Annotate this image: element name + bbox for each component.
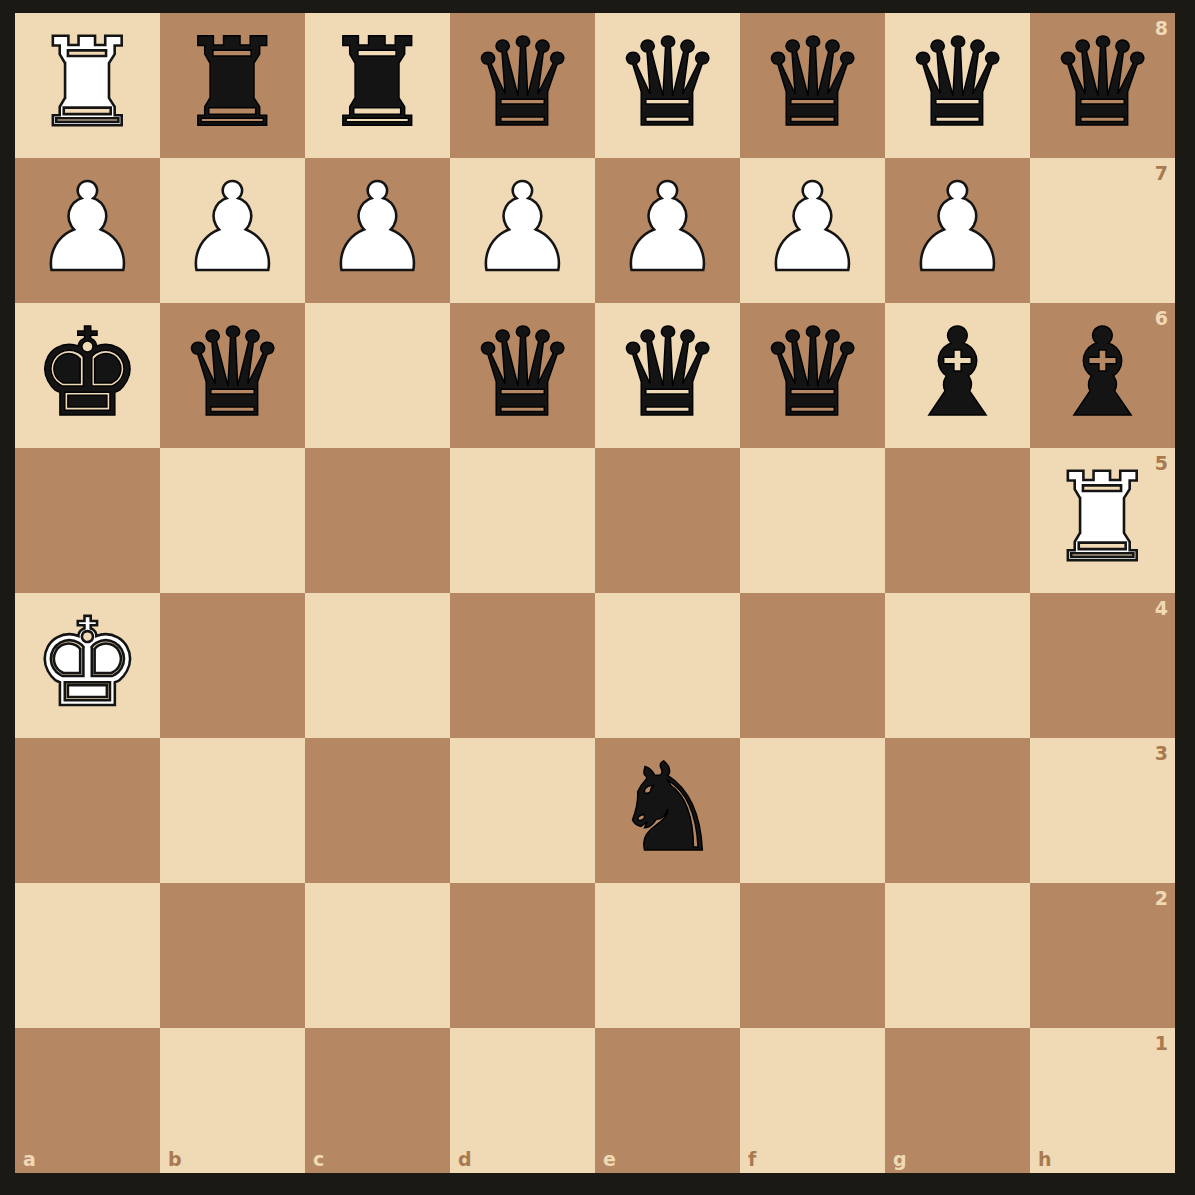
square-f6[interactable]: ♛	[740, 303, 885, 448]
piece-white-pawn[interactable]: ♟	[595, 158, 740, 303]
piece-white-rook[interactable]: ♜	[1030, 448, 1175, 593]
square-h6[interactable]: 6♝	[1030, 303, 1175, 448]
piece-black-bishop[interactable]: ♝	[1030, 303, 1175, 448]
square-b2[interactable]	[160, 883, 305, 1028]
square-f4[interactable]	[740, 593, 885, 738]
square-a8[interactable]: ♜	[15, 13, 160, 158]
rank-label-2: 2	[1155, 887, 1168, 909]
square-h8[interactable]: 8♛	[1030, 13, 1175, 158]
rank-label-7: 7	[1155, 162, 1168, 184]
square-g7[interactable]: ♟	[885, 158, 1030, 303]
square-a7[interactable]: ♟	[15, 158, 160, 303]
rank-label-4: 4	[1155, 597, 1168, 619]
piece-white-king[interactable]: ♚	[15, 593, 160, 738]
square-h3[interactable]: 3	[1030, 738, 1175, 883]
square-d5[interactable]	[450, 448, 595, 593]
square-a6[interactable]: ♚	[15, 303, 160, 448]
square-c7[interactable]: ♟	[305, 158, 450, 303]
square-c3[interactable]	[305, 738, 450, 883]
square-a3[interactable]	[15, 738, 160, 883]
square-b1[interactable]: b	[160, 1028, 305, 1173]
square-a5[interactable]	[15, 448, 160, 593]
piece-black-bishop[interactable]: ♝	[885, 303, 1030, 448]
square-g4[interactable]	[885, 593, 1030, 738]
square-f3[interactable]	[740, 738, 885, 883]
rank-label-1: 1	[1155, 1032, 1168, 1054]
piece-black-rook[interactable]: ♜	[160, 13, 305, 158]
square-h2[interactable]: 2	[1030, 883, 1175, 1028]
square-b3[interactable]	[160, 738, 305, 883]
piece-black-queen[interactable]: ♛	[885, 13, 1030, 158]
square-c1[interactable]: c	[305, 1028, 450, 1173]
piece-white-pawn[interactable]: ♟	[885, 158, 1030, 303]
piece-black-rook[interactable]: ♜	[305, 13, 450, 158]
square-g6[interactable]: ♝	[885, 303, 1030, 448]
square-f1[interactable]: f	[740, 1028, 885, 1173]
square-d1[interactable]: d	[450, 1028, 595, 1173]
square-g2[interactable]	[885, 883, 1030, 1028]
square-e5[interactable]	[595, 448, 740, 593]
rank-label-3: 3	[1155, 742, 1168, 764]
piece-black-king[interactable]: ♚	[15, 303, 160, 448]
square-a1[interactable]: a	[15, 1028, 160, 1173]
file-label-g: g	[893, 1148, 907, 1170]
piece-white-pawn[interactable]: ♟	[305, 158, 450, 303]
square-h4[interactable]: 4	[1030, 593, 1175, 738]
square-g1[interactable]: g	[885, 1028, 1030, 1173]
file-label-a: a	[23, 1148, 36, 1170]
chessboard: ♜♜♜♛♛♛♛8♛♟♟♟♟♟♟♟7♚♛♛♛♛♝6♝5♜♚4♞32abcdefg1…	[15, 13, 1175, 1173]
square-d3[interactable]	[450, 738, 595, 883]
square-f8[interactable]: ♛	[740, 13, 885, 158]
square-c5[interactable]	[305, 448, 450, 593]
square-b6[interactable]: ♛	[160, 303, 305, 448]
square-f2[interactable]	[740, 883, 885, 1028]
piece-black-queen[interactable]: ♛	[595, 303, 740, 448]
piece-white-pawn[interactable]: ♟	[450, 158, 595, 303]
file-label-e: e	[603, 1148, 616, 1170]
square-c2[interactable]	[305, 883, 450, 1028]
square-h7[interactable]: 7	[1030, 158, 1175, 303]
square-e6[interactable]: ♛	[595, 303, 740, 448]
piece-black-queen[interactable]: ♛	[450, 303, 595, 448]
square-g5[interactable]	[885, 448, 1030, 593]
square-c8[interactable]: ♜	[305, 13, 450, 158]
piece-black-queen[interactable]: ♛	[1030, 13, 1175, 158]
file-label-b: b	[168, 1148, 182, 1170]
square-e8[interactable]: ♛	[595, 13, 740, 158]
square-e3[interactable]: ♞	[595, 738, 740, 883]
piece-black-queen[interactable]: ♛	[450, 13, 595, 158]
file-label-f: f	[748, 1148, 756, 1170]
square-d8[interactable]: ♛	[450, 13, 595, 158]
square-g8[interactable]: ♛	[885, 13, 1030, 158]
square-d6[interactable]: ♛	[450, 303, 595, 448]
square-e7[interactable]: ♟	[595, 158, 740, 303]
square-e1[interactable]: e	[595, 1028, 740, 1173]
square-a4[interactable]: ♚	[15, 593, 160, 738]
piece-black-queen[interactable]: ♛	[740, 13, 885, 158]
piece-white-pawn[interactable]: ♟	[740, 158, 885, 303]
square-g3[interactable]	[885, 738, 1030, 883]
square-c6[interactable]	[305, 303, 450, 448]
piece-white-pawn[interactable]: ♟	[160, 158, 305, 303]
piece-black-queen[interactable]: ♛	[160, 303, 305, 448]
square-d7[interactable]: ♟	[450, 158, 595, 303]
square-b8[interactable]: ♜	[160, 13, 305, 158]
piece-black-queen[interactable]: ♛	[740, 303, 885, 448]
square-d2[interactable]	[450, 883, 595, 1028]
square-a2[interactable]	[15, 883, 160, 1028]
square-b7[interactable]: ♟	[160, 158, 305, 303]
square-b5[interactable]	[160, 448, 305, 593]
square-f5[interactable]	[740, 448, 885, 593]
file-label-h: h	[1038, 1148, 1052, 1170]
file-label-d: d	[458, 1148, 472, 1170]
piece-black-knight[interactable]: ♞	[595, 738, 740, 883]
square-e2[interactable]	[595, 883, 740, 1028]
square-d4[interactable]	[450, 593, 595, 738]
square-f7[interactable]: ♟	[740, 158, 885, 303]
square-b4[interactable]	[160, 593, 305, 738]
piece-white-rook[interactable]: ♜	[15, 13, 160, 158]
file-label-c: c	[313, 1148, 324, 1170]
piece-black-queen[interactable]: ♛	[595, 13, 740, 158]
piece-white-pawn[interactable]: ♟	[15, 158, 160, 303]
square-c4[interactable]	[305, 593, 450, 738]
square-h1[interactable]: 1h	[1030, 1028, 1175, 1173]
square-h5[interactable]: 5♜	[1030, 448, 1175, 593]
square-e4[interactable]	[595, 593, 740, 738]
